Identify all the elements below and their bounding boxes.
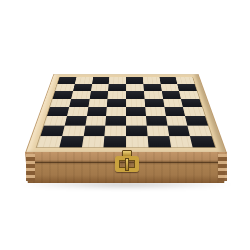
- square-f2: [147, 126, 169, 136]
- square-b2: [62, 126, 85, 136]
- square-d7: [108, 84, 126, 91]
- square-e2: [126, 126, 147, 136]
- square-f1: [147, 136, 170, 147]
- square-a4: [47, 107, 69, 116]
- square-a8: [58, 77, 77, 84]
- square-b3: [64, 116, 86, 126]
- square-e5: [126, 99, 145, 107]
- square-f8: [143, 77, 161, 84]
- square-f5: [144, 99, 164, 107]
- square-g5: [163, 99, 183, 107]
- square-f4: [145, 107, 165, 116]
- square-a6: [53, 91, 73, 99]
- product-photo: [0, 0, 250, 250]
- square-e4: [126, 107, 146, 116]
- square-d3: [105, 116, 126, 126]
- clasp-bar: [125, 158, 129, 171]
- square-c1: [81, 136, 104, 147]
- square-b7: [73, 84, 92, 91]
- square-h7: [177, 84, 196, 91]
- finger-joint-right: [218, 154, 227, 181]
- square-h6: [179, 91, 199, 99]
- square-b5: [69, 99, 89, 107]
- square-c5: [88, 99, 108, 107]
- square-a7: [55, 84, 74, 91]
- board-frame: [25, 74, 227, 153]
- square-d5: [107, 99, 126, 107]
- square-h5: [181, 99, 202, 107]
- square-h1: [190, 136, 215, 147]
- square-e8: [126, 77, 143, 84]
- square-h8: [176, 77, 195, 84]
- square-a3: [44, 116, 67, 126]
- square-e1: [126, 136, 148, 147]
- square-e3: [126, 116, 147, 126]
- square-c8: [92, 77, 110, 84]
- square-e6: [126, 91, 144, 99]
- square-c6: [89, 91, 108, 99]
- square-c2: [83, 126, 105, 136]
- square-f6: [144, 91, 163, 99]
- square-b8: [75, 77, 93, 84]
- square-f7: [143, 84, 161, 91]
- square-d6: [108, 91, 126, 99]
- square-h2: [188, 126, 212, 136]
- square-a2: [41, 126, 65, 136]
- square-d2: [105, 126, 126, 136]
- square-a1: [37, 136, 62, 147]
- square-c7: [91, 84, 109, 91]
- square-g2: [167, 126, 190, 136]
- square-g6: [161, 91, 181, 99]
- square-d4: [106, 107, 126, 116]
- square-b1: [59, 136, 83, 147]
- square-g4: [164, 107, 185, 116]
- square-b6: [71, 91, 91, 99]
- square-c3: [85, 116, 106, 126]
- finger-joint-left: [26, 154, 35, 181]
- square-a5: [50, 99, 71, 107]
- brass-clasp-icon: [114, 150, 140, 178]
- square-g8: [159, 77, 177, 84]
- square-f3: [146, 116, 167, 126]
- square-d1: [104, 136, 126, 147]
- square-g7: [160, 84, 179, 91]
- square-g1: [169, 136, 193, 147]
- square-d8: [109, 77, 126, 84]
- square-g3: [165, 116, 187, 126]
- square-c4: [87, 107, 107, 116]
- square-h4: [183, 107, 205, 116]
- square-h3: [185, 116, 208, 126]
- checkerboard: [36, 77, 217, 148]
- square-b4: [67, 107, 88, 116]
- square-e7: [126, 84, 144, 91]
